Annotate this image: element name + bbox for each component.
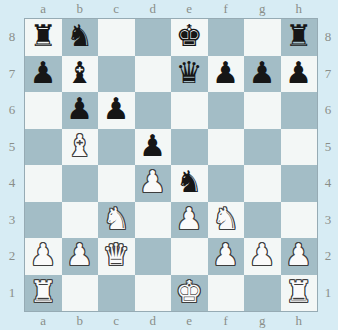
square-g8[interactable] [244,19,281,56]
square-f5[interactable] [208,129,245,166]
square-g3[interactable] [244,202,281,239]
square-b5[interactable]: ♝ [62,129,99,166]
page-background: abcdefgh 87654321 ♜♞♚♜♟♝♛♟♟♟♟♟♝♟♟♞♞♟♞♟♟♛… [0,0,338,330]
piece-black-knight[interactable]: ♞ [176,167,203,197]
square-c2[interactable]: ♛ [98,238,135,275]
piece-white-bishop[interactable]: ♝ [66,131,93,161]
square-a8[interactable]: ♜ [25,19,62,56]
rank-label-2: 2 [317,238,338,275]
rank-label-1: 1 [317,275,338,312]
file-label-d: d [135,1,172,17]
square-a3[interactable] [25,202,62,239]
piece-black-rook[interactable]: ♜ [30,21,57,51]
square-g2[interactable]: ♟ [244,238,281,275]
square-e7[interactable]: ♛ [171,56,208,93]
piece-black-pawn[interactable]: ♟ [249,58,276,88]
square-d1[interactable] [135,275,172,312]
square-b4[interactable] [62,165,99,202]
rank-label-3: 3 [1,202,23,239]
square-b6[interactable]: ♟ [62,92,99,129]
piece-black-rook[interactable]: ♜ [285,21,312,51]
file-label-a: a [25,1,62,17]
square-h2[interactable]: ♟ [281,238,318,275]
square-b8[interactable]: ♞ [62,19,99,56]
square-d7[interactable] [135,56,172,93]
square-d4[interactable]: ♟ [135,165,172,202]
square-a5[interactable] [25,129,62,166]
square-h5[interactable] [281,129,318,166]
piece-white-rook[interactable]: ♜ [285,277,312,307]
file-label-d: d [135,313,172,329]
rank-label-2: 2 [1,238,23,275]
piece-black-pawn[interactable]: ♟ [212,58,239,88]
rank-label-4: 4 [317,165,338,202]
file-label-f: f [208,1,245,17]
piece-white-pawn[interactable]: ♟ [212,240,239,270]
rank-label-6: 6 [1,92,23,129]
square-h6[interactable] [281,92,318,129]
square-g1[interactable] [244,275,281,312]
rank-label-4: 4 [1,165,23,202]
square-e8[interactable]: ♚ [171,19,208,56]
file-label-g: g [244,1,281,17]
file-label-g: g [244,313,281,329]
piece-white-king[interactable]: ♚ [176,277,203,307]
piece-black-queen[interactable]: ♛ [176,58,203,88]
square-h3[interactable] [281,202,318,239]
square-g5[interactable] [244,129,281,166]
rank-label-3: 3 [317,202,338,239]
square-a4[interactable] [25,165,62,202]
square-e5[interactable] [171,129,208,166]
square-d5[interactable]: ♟ [135,129,172,166]
rank-label-6: 6 [317,92,338,129]
square-e3[interactable]: ♟ [171,202,208,239]
rank-label-7: 7 [1,56,23,93]
piece-black-pawn[interactable]: ♟ [66,94,93,124]
square-f6[interactable] [208,92,245,129]
square-a7[interactable]: ♟ [25,56,62,93]
rank-labels-left: 87654321 [1,19,23,311]
square-f3[interactable]: ♞ [208,202,245,239]
piece-black-pawn[interactable]: ♟ [285,58,312,88]
file-labels-top: abcdefgh [25,1,317,17]
file-label-h: h [281,1,318,17]
piece-white-knight[interactable]: ♞ [212,204,239,234]
square-a6[interactable] [25,92,62,129]
rank-label-1: 1 [1,275,23,312]
piece-black-knight[interactable]: ♞ [66,21,93,51]
square-c8[interactable] [98,19,135,56]
square-e1[interactable]: ♚ [171,275,208,312]
file-label-c: c [98,313,135,329]
file-label-c: c [98,1,135,17]
file-label-h: h [281,313,318,329]
square-g4[interactable] [244,165,281,202]
rank-label-5: 5 [1,129,23,166]
square-f7[interactable]: ♟ [208,56,245,93]
square-c4[interactable] [98,165,135,202]
square-f4[interactable] [208,165,245,202]
square-e6[interactable] [171,92,208,129]
piece-black-pawn[interactable]: ♟ [30,58,57,88]
square-g7[interactable]: ♟ [244,56,281,93]
rank-label-7: 7 [317,56,338,93]
piece-black-bishop[interactable]: ♝ [66,58,93,88]
square-f1[interactable] [208,275,245,312]
piece-white-pawn[interactable]: ♟ [249,240,276,270]
piece-white-pawn[interactable]: ♟ [139,167,166,197]
file-label-e: e [171,1,208,17]
file-label-a: a [25,313,62,329]
square-b1[interactable] [62,275,99,312]
square-c7[interactable] [98,56,135,93]
square-h4[interactable] [281,165,318,202]
square-h7[interactable]: ♟ [281,56,318,93]
square-d3[interactable] [135,202,172,239]
piece-black-pawn[interactable]: ♟ [139,131,166,161]
square-h8[interactable]: ♜ [281,19,318,56]
square-a2[interactable]: ♟ [25,238,62,275]
rank-label-8: 8 [317,19,338,56]
piece-white-pawn[interactable]: ♟ [30,240,57,270]
square-b2[interactable]: ♟ [62,238,99,275]
piece-white-rook[interactable]: ♜ [30,277,57,307]
square-b7[interactable]: ♝ [62,56,99,93]
piece-white-pawn[interactable]: ♟ [66,240,93,270]
rank-label-5: 5 [317,129,338,166]
square-f8[interactable] [208,19,245,56]
square-c1[interactable] [98,275,135,312]
square-d6[interactable] [135,92,172,129]
file-label-e: e [171,313,208,329]
rank-label-8: 8 [1,19,23,56]
file-labels-bottom: abcdefgh [25,313,317,329]
piece-white-pawn[interactable]: ♟ [176,204,203,234]
square-e4[interactable]: ♞ [171,165,208,202]
square-a1[interactable]: ♜ [25,275,62,312]
square-e2[interactable] [171,238,208,275]
square-c3[interactable]: ♞ [98,202,135,239]
piece-black-pawn[interactable]: ♟ [103,94,130,124]
file-label-b: b [62,1,99,17]
piece-white-pawn[interactable]: ♟ [285,240,312,270]
file-label-b: b [62,313,99,329]
square-b3[interactable] [62,202,99,239]
square-f2[interactable]: ♟ [208,238,245,275]
square-c6[interactable]: ♟ [98,92,135,129]
square-c5[interactable] [98,129,135,166]
square-g6[interactable] [244,92,281,129]
piece-white-queen[interactable]: ♛ [103,240,130,270]
file-label-f: f [208,313,245,329]
chessboard: ♜♞♚♜♟♝♛♟♟♟♟♟♝♟♟♞♞♟♞♟♟♛♟♟♟♜♚♜ [24,18,318,312]
square-d8[interactable] [135,19,172,56]
square-d2[interactable] [135,238,172,275]
rank-labels-right: 87654321 [317,19,338,311]
square-h1[interactable]: ♜ [281,275,318,312]
piece-white-knight[interactable]: ♞ [103,204,130,234]
piece-black-king[interactable]: ♚ [176,21,203,51]
